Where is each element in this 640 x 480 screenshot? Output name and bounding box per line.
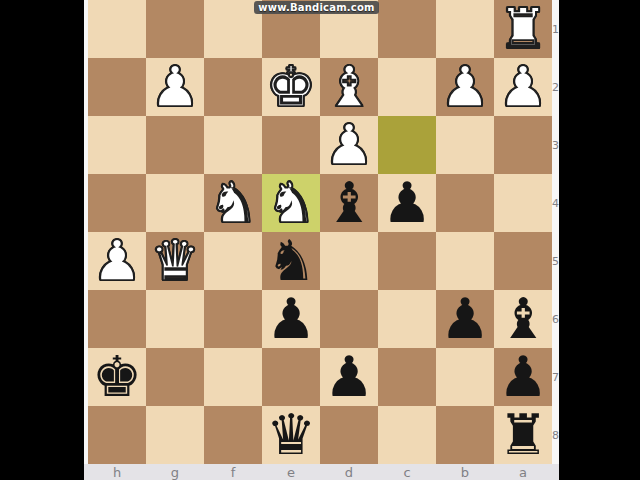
piece-wP-d3[interactable]: ♟ — [324, 117, 374, 173]
file-label-f: f — [204, 465, 262, 480]
square-e7[interactable] — [262, 348, 320, 406]
square-b6[interactable]: ♟ — [436, 290, 494, 348]
square-d7[interactable]: ♟ — [320, 348, 378, 406]
piece-bR-a8[interactable]: ♜ — [498, 407, 548, 463]
square-g7[interactable] — [146, 348, 204, 406]
square-h1[interactable] — [88, 0, 146, 58]
square-c8[interactable] — [378, 406, 436, 464]
piece-wN-f4[interactable]: ♞ — [208, 175, 258, 231]
square-f5[interactable] — [204, 232, 262, 290]
square-b5[interactable] — [436, 232, 494, 290]
square-h7[interactable]: ♚ — [88, 348, 146, 406]
square-h3[interactable] — [88, 116, 146, 174]
file-label-c: c — [378, 465, 436, 480]
file-label-g: g — [146, 465, 204, 480]
piece-wP-a2[interactable]: ♟ — [498, 59, 548, 115]
square-g3[interactable] — [146, 116, 204, 174]
square-c5[interactable] — [378, 232, 436, 290]
square-c4[interactable]: ♟ — [378, 174, 436, 232]
square-h8[interactable] — [88, 406, 146, 464]
piece-wN-e4[interactable]: ♞ — [266, 175, 316, 231]
watermark-text: www.Bandicam.com — [258, 1, 374, 14]
rank-label-5: 5 — [552, 232, 559, 290]
piece-bP-b6[interactable]: ♟ — [440, 291, 490, 347]
square-d8[interactable] — [320, 406, 378, 464]
square-a3[interactable] — [494, 116, 552, 174]
square-g2[interactable]: ♟ — [146, 58, 204, 116]
square-b2[interactable]: ♟ — [436, 58, 494, 116]
square-e4[interactable]: ♞ — [262, 174, 320, 232]
square-f4[interactable]: ♞ — [204, 174, 262, 232]
square-a1[interactable]: ♜ — [494, 0, 552, 58]
rank-label-4: 4 — [552, 174, 559, 232]
piece-bP-e6[interactable]: ♟ — [266, 291, 316, 347]
piece-wP-b2[interactable]: ♟ — [440, 59, 490, 115]
square-g6[interactable] — [146, 290, 204, 348]
square-h6[interactable] — [88, 290, 146, 348]
piece-bP-d7[interactable]: ♟ — [324, 349, 374, 405]
rank-label-1: 1 — [552, 0, 559, 58]
square-d3[interactable]: ♟ — [320, 116, 378, 174]
square-g4[interactable] — [146, 174, 204, 232]
rank-label-8: 8 — [552, 406, 559, 464]
square-d2[interactable]: ♝ — [320, 58, 378, 116]
piece-wB-d2[interactable]: ♝ — [324, 59, 374, 115]
page: { "game": "chess", "position": { "fen_pi… — [0, 0, 640, 480]
file-label-a: a — [494, 465, 552, 480]
square-f8[interactable] — [204, 406, 262, 464]
piece-wR-a1[interactable]: ♜ — [498, 1, 548, 57]
square-f3[interactable] — [204, 116, 262, 174]
square-c1[interactable] — [378, 0, 436, 58]
square-e8[interactable]: ♛ — [262, 406, 320, 464]
square-h5[interactable]: ♟ — [88, 232, 146, 290]
square-a6[interactable]: ♝ — [494, 290, 552, 348]
piece-bP-a7[interactable]: ♟ — [498, 349, 548, 405]
square-d4[interactable]: ♝ — [320, 174, 378, 232]
square-b8[interactable] — [436, 406, 494, 464]
file-label-e: e — [262, 465, 320, 480]
piece-wP-h5[interactable]: ♟ — [92, 233, 142, 289]
piece-bK-h7[interactable]: ♚ — [92, 349, 142, 405]
piece-bN-e5[interactable]: ♞ — [266, 233, 316, 289]
square-b3[interactable] — [436, 116, 494, 174]
square-a8[interactable]: ♜ — [494, 406, 552, 464]
bandicam-watermark: www.Bandicam.com — [254, 1, 379, 14]
square-c2[interactable] — [378, 58, 436, 116]
rank-label-3: 3 — [552, 116, 559, 174]
file-label-b: b — [436, 465, 494, 480]
piece-wK-e2[interactable]: ♚ — [266, 59, 316, 115]
piece-bB-a6[interactable]: ♝ — [498, 291, 548, 347]
square-h2[interactable] — [88, 58, 146, 116]
square-f6[interactable] — [204, 290, 262, 348]
square-g1[interactable] — [146, 0, 204, 58]
square-h4[interactable] — [88, 174, 146, 232]
square-e6[interactable]: ♟ — [262, 290, 320, 348]
square-d6[interactable] — [320, 290, 378, 348]
piece-wQ-g5[interactable]: ♛ — [150, 233, 200, 289]
square-a7[interactable]: ♟ — [494, 348, 552, 406]
square-a2[interactable]: ♟ — [494, 58, 552, 116]
piece-bP-c4[interactable]: ♟ — [382, 175, 432, 231]
square-b4[interactable] — [436, 174, 494, 232]
square-b7[interactable] — [436, 348, 494, 406]
rank-label-2: 2 — [552, 58, 559, 116]
square-g8[interactable] — [146, 406, 204, 464]
square-d5[interactable] — [320, 232, 378, 290]
square-c6[interactable] — [378, 290, 436, 348]
square-c7[interactable] — [378, 348, 436, 406]
square-c3[interactable] — [378, 116, 436, 174]
file-label-d: d — [320, 465, 378, 480]
square-e2[interactable]: ♚ — [262, 58, 320, 116]
file-labels-strip: hgfedcba — [84, 464, 559, 480]
piece-bQ-e8[interactable]: ♛ — [266, 407, 316, 463]
square-f2[interactable] — [204, 58, 262, 116]
rank-label-6: 6 — [552, 290, 559, 348]
chess-board[interactable]: ♜♟♚♝♟♟♟♞♞♝♟♟♛♞♟♟♝♚♟♟♛♜ — [88, 0, 552, 464]
square-e5[interactable]: ♞ — [262, 232, 320, 290]
square-a5[interactable] — [494, 232, 552, 290]
square-f7[interactable] — [204, 348, 262, 406]
piece-bB-d4[interactable]: ♝ — [324, 175, 374, 231]
square-e3[interactable] — [262, 116, 320, 174]
square-b1[interactable] — [436, 0, 494, 58]
piece-wP-g2[interactable]: ♟ — [150, 59, 200, 115]
square-a4[interactable] — [494, 174, 552, 232]
rank-label-7: 7 — [552, 348, 559, 406]
square-g5[interactable]: ♛ — [146, 232, 204, 290]
file-label-h: h — [88, 465, 146, 480]
